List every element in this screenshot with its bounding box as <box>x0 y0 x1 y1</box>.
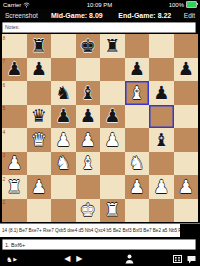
square-h3[interactable] <box>174 152 199 176</box>
battery-percent: 100% <box>169 2 184 8</box>
white-k-piece: ♚ <box>80 201 96 219</box>
edit-button[interactable]: Edit <box>179 12 200 19</box>
chat-bubble-icon[interactable] <box>187 255 196 264</box>
rank-label-2: 2 <box>3 176 6 182</box>
square-g4[interactable]: ♝ <box>149 128 174 152</box>
black-p-piece: ♟ <box>80 107 96 125</box>
square-d1[interactable]: ♚ <box>76 199 101 223</box>
nav-bar: Screenshot Mid-Game: 8.09 End-Game: 8.22… <box>0 9 200 21</box>
rank-label-1: 1 <box>3 199 6 205</box>
white-n-piece: ♞ <box>55 154 71 172</box>
square-h5[interactable] <box>174 105 199 129</box>
square-e2[interactable] <box>100 175 125 199</box>
square-a2[interactable]: ♜2 <box>2 175 27 199</box>
square-h1[interactable] <box>174 199 199 223</box>
square-a3[interactable]: ♟3 <box>2 152 27 176</box>
square-a4[interactable]: 4 <box>2 128 27 152</box>
square-c1[interactable] <box>51 199 76 223</box>
engine-strip-end <box>180 224 200 237</box>
square-e8[interactable]: ♜ <box>100 34 125 58</box>
knight-icon[interactable]: ♞ <box>6 256 12 263</box>
square-b8[interactable]: ♜ <box>27 34 52 58</box>
square-g6[interactable]: ♟ <box>149 81 174 105</box>
white-b-piece: ♝ <box>80 154 96 172</box>
back-move-button[interactable]: ◀ <box>61 255 73 263</box>
black-p-piece: ♟ <box>55 107 71 125</box>
white-p-piece: ♟ <box>178 178 194 196</box>
white-p-piece: ♟ <box>31 178 47 196</box>
square-b4[interactable]: ♛ <box>27 128 52 152</box>
wifi-icon <box>23 2 30 8</box>
square-a1[interactable]: 1 <box>2 199 27 223</box>
square-c5[interactable]: ♟ <box>51 105 76 129</box>
square-g8[interactable] <box>149 34 174 58</box>
square-a5[interactable]: 5 <box>2 105 27 129</box>
square-e6[interactable] <box>100 81 125 105</box>
square-h6[interactable] <box>174 81 199 105</box>
square-g5[interactable] <box>149 105 174 129</box>
white-p-piece: ♟ <box>6 154 22 172</box>
engine-line-text: 14 (8.1) Be7 Bxe7+ Rxe7 Qxb5 dxe4 d5 Nb4… <box>0 228 180 233</box>
square-c6[interactable]: ♞ <box>51 81 76 105</box>
white-p-piece: ♟ <box>55 131 71 149</box>
bottom-toolbar: ♞ ▶ ◀ ▶ <box>0 252 200 266</box>
mid-game-value: Mid-Game: 8.09 <box>43 12 111 19</box>
square-g1[interactable] <box>149 199 174 223</box>
square-b6[interactable] <box>27 81 52 105</box>
black-b-piece: ♝ <box>80 84 96 102</box>
chess-board: 8♜♚♜♟7♟♟♟6♞♝♝♟5♛♟♟♟4♛♟♟♟♝♟3♞♝♞♜2♟♟♟♟1♚♜ <box>2 34 198 222</box>
rank-label-5: 5 <box>3 105 6 111</box>
white-p-piece: ♟ <box>153 178 169 196</box>
move-input-text: 1. Bxf6+ <box>3 242 25 248</box>
square-h8[interactable] <box>174 34 199 58</box>
white-p-piece: ♟ <box>80 131 96 149</box>
rank-label-4: 4 <box>3 129 6 135</box>
square-e5[interactable]: ♟ <box>100 105 125 129</box>
move-input-field[interactable]: 1. Bxf6+ <box>2 239 196 250</box>
square-a6[interactable]: 6 <box>2 81 27 105</box>
black-p-piece: ♟ <box>129 60 145 78</box>
screenshot-button[interactable]: Screenshot <box>0 12 43 19</box>
square-h4[interactable] <box>174 128 199 152</box>
square-f5[interactable] <box>125 105 150 129</box>
rank-label-3: 3 <box>3 152 6 158</box>
status-bar: Carrier 10:09 PM 100% <box>0 0 200 9</box>
square-a7[interactable]: ♟7 <box>2 58 27 82</box>
white-p-piece: ♟ <box>129 178 145 196</box>
carrier-label: Carrier <box>3 2 21 8</box>
square-b5[interactable]: ♛ <box>27 105 52 129</box>
square-f7[interactable]: ♟ <box>125 58 150 82</box>
white-r-piece: ♜ <box>6 178 22 196</box>
square-c4[interactable]: ♟ <box>51 128 76 152</box>
square-d7[interactable] <box>76 58 101 82</box>
black-r-piece: ♜ <box>104 37 120 55</box>
white-q-piece: ♛ <box>31 131 47 149</box>
square-f4[interactable] <box>125 128 150 152</box>
forward-move-button[interactable]: ▶ <box>73 255 85 263</box>
black-p-piece: ♟ <box>6 60 22 78</box>
white-p-piece: ♟ <box>104 131 120 149</box>
square-d4[interactable]: ♟ <box>76 128 101 152</box>
square-e1[interactable]: ♜ <box>100 199 125 223</box>
notes-label: Notes: <box>5 24 19 30</box>
square-f6[interactable]: ♝ <box>125 81 150 105</box>
black-b-piece: ♝ <box>153 131 169 149</box>
rank-label-8: 8 <box>3 35 6 41</box>
square-c7[interactable] <box>51 58 76 82</box>
square-c8[interactable] <box>51 34 76 58</box>
black-p-piece: ♟ <box>31 60 47 78</box>
clock-label: 10:09 PM <box>87 2 113 8</box>
board-icon[interactable] <box>173 255 182 263</box>
white-r-piece: ♜ <box>104 201 120 219</box>
square-f3[interactable]: ♞ <box>125 152 150 176</box>
black-p-piece: ♟ <box>104 107 120 125</box>
square-f1[interactable] <box>125 199 150 223</box>
square-d8[interactable]: ♚ <box>76 34 101 58</box>
square-c3[interactable]: ♞ <box>51 152 76 176</box>
rank-label-7: 7 <box>3 58 6 64</box>
player-icon[interactable] <box>125 254 134 264</box>
notes-field[interactable]: Notes: <box>2 22 196 33</box>
square-d6[interactable]: ♝ <box>76 81 101 105</box>
black-p-piece: ♟ <box>153 84 169 102</box>
rank-label-6: 6 <box>3 82 6 88</box>
square-g2[interactable]: ♟ <box>149 175 174 199</box>
play-icon[interactable]: ▶ <box>13 257 17 262</box>
square-b7[interactable]: ♟ <box>27 58 52 82</box>
square-g7[interactable] <box>149 58 174 82</box>
square-f8[interactable] <box>125 34 150 58</box>
square-a8[interactable]: 8 <box>2 34 27 58</box>
square-f2[interactable]: ♟ <box>125 175 150 199</box>
square-g3[interactable] <box>149 152 174 176</box>
square-c2[interactable] <box>51 175 76 199</box>
square-e3[interactable] <box>100 152 125 176</box>
square-d2[interactable] <box>76 175 101 199</box>
square-d5[interactable]: ♟ <box>76 105 101 129</box>
white-n-piece: ♞ <box>129 154 145 172</box>
square-h2[interactable]: ♟ <box>174 175 199 199</box>
white-b-piece: ♝ <box>129 84 145 102</box>
black-p-piece: ♟ <box>178 60 194 78</box>
battery-icon <box>186 1 197 8</box>
square-b3[interactable] <box>27 152 52 176</box>
square-e4[interactable]: ♟ <box>100 128 125 152</box>
square-d3[interactable]: ♝ <box>76 152 101 176</box>
square-e7[interactable] <box>100 58 125 82</box>
black-q-piece: ♛ <box>31 107 47 125</box>
square-b2[interactable]: ♟ <box>27 175 52 199</box>
black-r-piece: ♜ <box>31 37 47 55</box>
end-game-value: End-Game: 8.22 <box>111 12 179 19</box>
black-n-piece: ♞ <box>55 84 71 102</box>
engine-line-strip: 14 (8.1) Be7 Bxe7+ Rxe7 Qxb5 dxe4 d5 Nb4… <box>0 223 200 237</box>
square-h7[interactable]: ♟ <box>174 58 199 82</box>
black-k-piece: ♚ <box>80 37 96 55</box>
square-b1[interactable] <box>27 199 52 223</box>
